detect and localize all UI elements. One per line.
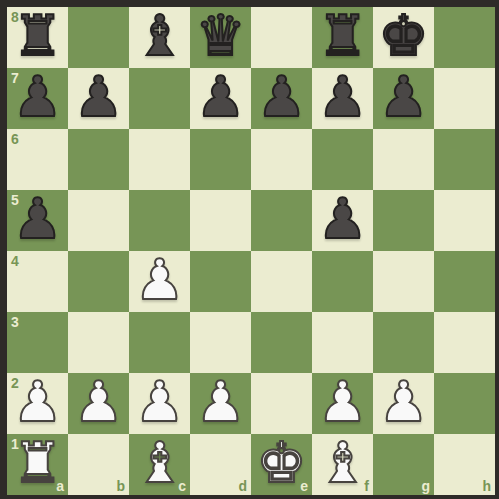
square-f1[interactable]: f♝ — [312, 434, 373, 495]
black-queen-icon[interactable]: ♛ — [195, 5, 245, 66]
square-g6[interactable] — [373, 129, 434, 190]
square-e1[interactable]: e♚ — [251, 434, 312, 495]
square-f6[interactable] — [312, 129, 373, 190]
black-pawn-icon[interactable]: ♟ — [195, 66, 245, 127]
square-a2[interactable]: 2♟ — [7, 373, 68, 434]
square-b4[interactable] — [68, 251, 129, 312]
square-d2[interactable]: ♟ — [190, 373, 251, 434]
square-h1[interactable]: h — [434, 434, 495, 495]
rank-label-6: 6 — [11, 132, 19, 146]
square-e4[interactable] — [251, 251, 312, 312]
square-g5[interactable] — [373, 190, 434, 251]
white-pawn-icon[interactable]: ♟ — [12, 371, 62, 432]
rank-label-3: 3 — [11, 315, 19, 329]
square-a7[interactable]: 7♟ — [7, 68, 68, 129]
square-b2[interactable]: ♟ — [68, 373, 129, 434]
file-label-h: h — [482, 479, 491, 493]
rank-label-4: 4 — [11, 254, 19, 268]
square-g8[interactable]: ♚ — [373, 7, 434, 68]
square-e7[interactable]: ♟ — [251, 68, 312, 129]
white-pawn-icon[interactable]: ♟ — [73, 371, 123, 432]
square-f7[interactable]: ♟ — [312, 68, 373, 129]
square-c4[interactable]: ♟ — [129, 251, 190, 312]
square-h5[interactable] — [434, 190, 495, 251]
square-d8[interactable]: ♛ — [190, 7, 251, 68]
black-pawn-icon[interactable]: ♟ — [12, 188, 62, 249]
square-d4[interactable] — [190, 251, 251, 312]
black-pawn-icon[interactable]: ♟ — [256, 66, 306, 127]
white-king-icon[interactable]: ♚ — [256, 432, 306, 493]
square-e2[interactable] — [251, 373, 312, 434]
square-c1[interactable]: c♝ — [129, 434, 190, 495]
black-pawn-icon[interactable]: ♟ — [317, 66, 367, 127]
chess-board: 8♜♝♛♜♚7♟♟♟♟♟♟65♟♟4♟32♟♟♟♟♟♟1a♜bc♝de♚f♝gh — [7, 7, 495, 495]
square-b5[interactable] — [68, 190, 129, 251]
square-g7[interactable]: ♟ — [373, 68, 434, 129]
square-h8[interactable] — [434, 7, 495, 68]
square-c3[interactable] — [129, 312, 190, 373]
square-g1[interactable]: g — [373, 434, 434, 495]
square-f5[interactable]: ♟ — [312, 190, 373, 251]
square-e6[interactable] — [251, 129, 312, 190]
square-h7[interactable] — [434, 68, 495, 129]
white-pawn-icon[interactable]: ♟ — [134, 371, 184, 432]
square-h4[interactable] — [434, 251, 495, 312]
square-a3[interactable]: 3 — [7, 312, 68, 373]
black-pawn-icon[interactable]: ♟ — [317, 188, 367, 249]
square-b8[interactable] — [68, 7, 129, 68]
black-pawn-icon[interactable]: ♟ — [378, 66, 428, 127]
square-e3[interactable] — [251, 312, 312, 373]
white-bishop-icon[interactable]: ♝ — [317, 432, 367, 493]
square-d7[interactable]: ♟ — [190, 68, 251, 129]
square-f8[interactable]: ♜ — [312, 7, 373, 68]
white-pawn-icon[interactable]: ♟ — [378, 371, 428, 432]
square-f2[interactable]: ♟ — [312, 373, 373, 434]
black-rook-icon[interactable]: ♜ — [12, 5, 62, 66]
square-d5[interactable] — [190, 190, 251, 251]
black-pawn-icon[interactable]: ♟ — [12, 66, 62, 127]
white-pawn-icon[interactable]: ♟ — [317, 371, 367, 432]
square-e5[interactable] — [251, 190, 312, 251]
square-h2[interactable] — [434, 373, 495, 434]
square-d3[interactable] — [190, 312, 251, 373]
square-a8[interactable]: 8♜ — [7, 7, 68, 68]
square-a4[interactable]: 4 — [7, 251, 68, 312]
square-f3[interactable] — [312, 312, 373, 373]
white-rook-icon[interactable]: ♜ — [12, 432, 62, 493]
square-g2[interactable]: ♟ — [373, 373, 434, 434]
black-king-icon[interactable]: ♚ — [378, 5, 428, 66]
square-b3[interactable] — [68, 312, 129, 373]
square-c6[interactable] — [129, 129, 190, 190]
square-c8[interactable]: ♝ — [129, 7, 190, 68]
chess-board-frame: 8♜♝♛♜♚7♟♟♟♟♟♟65♟♟4♟32♟♟♟♟♟♟1a♜bc♝de♚f♝gh — [0, 0, 499, 499]
white-pawn-icon[interactable]: ♟ — [134, 249, 184, 310]
white-pawn-icon[interactable]: ♟ — [195, 371, 245, 432]
black-bishop-icon[interactable]: ♝ — [134, 5, 184, 66]
square-b6[interactable] — [68, 129, 129, 190]
square-d1[interactable]: d — [190, 434, 251, 495]
square-d6[interactable] — [190, 129, 251, 190]
square-h6[interactable] — [434, 129, 495, 190]
file-label-g: g — [421, 479, 430, 493]
file-label-b: b — [116, 479, 125, 493]
square-c7[interactable] — [129, 68, 190, 129]
square-g4[interactable] — [373, 251, 434, 312]
square-b1[interactable]: b — [68, 434, 129, 495]
black-pawn-icon[interactable]: ♟ — [73, 66, 123, 127]
black-rook-icon[interactable]: ♜ — [317, 5, 367, 66]
white-bishop-icon[interactable]: ♝ — [134, 432, 184, 493]
square-a6[interactable]: 6 — [7, 129, 68, 190]
square-c2[interactable]: ♟ — [129, 373, 190, 434]
square-c5[interactable] — [129, 190, 190, 251]
square-e8[interactable] — [251, 7, 312, 68]
square-a5[interactable]: 5♟ — [7, 190, 68, 251]
square-h3[interactable] — [434, 312, 495, 373]
square-b7[interactable]: ♟ — [68, 68, 129, 129]
file-label-d: d — [238, 479, 247, 493]
square-a1[interactable]: 1a♜ — [7, 434, 68, 495]
square-g3[interactable] — [373, 312, 434, 373]
square-f4[interactable] — [312, 251, 373, 312]
